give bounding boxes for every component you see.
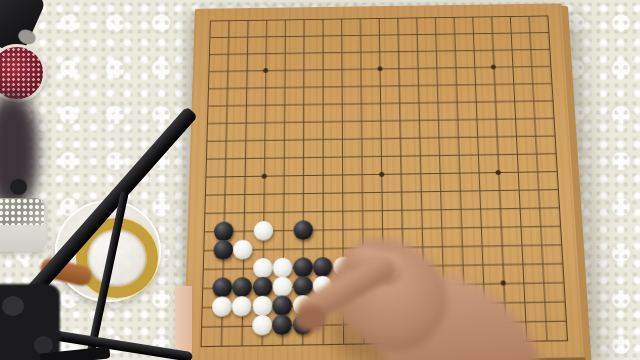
tripod-clamp-knob	[2, 296, 24, 316]
stone-white[interactable]	[232, 296, 252, 317]
star-point	[262, 173, 267, 178]
stone-black[interactable]	[293, 220, 312, 240]
stone-white[interactable]	[252, 315, 272, 336]
stone-black[interactable]	[313, 257, 333, 277]
star-point	[496, 170, 501, 175]
stone-white[interactable]	[273, 277, 293, 297]
star-point	[377, 66, 382, 71]
star-point	[379, 171, 384, 176]
stone-black[interactable]	[213, 240, 233, 260]
player-fingertip	[295, 305, 327, 332]
stone-black[interactable]	[293, 257, 313, 277]
glass-jar-lid	[0, 198, 44, 225]
photo-scene: { "game": "go", "scene_description": "Ov…	[0, 0, 640, 360]
stone-white[interactable]	[212, 297, 232, 318]
stone-black[interactable]	[253, 277, 273, 297]
stone-black[interactable]	[212, 278, 232, 298]
tripod-clamp-knob	[34, 336, 53, 354]
black-knob	[10, 179, 27, 195]
stone-white[interactable]	[273, 258, 293, 278]
stone-black[interactable]	[272, 296, 292, 317]
red-sparkle-jar	[0, 44, 46, 102]
stone-white[interactable]	[253, 258, 273, 278]
stone-white[interactable]	[252, 296, 272, 317]
stone-black[interactable]	[232, 277, 252, 297]
star-point	[263, 68, 268, 73]
stone-white[interactable]	[253, 221, 273, 241]
stone-black[interactable]	[272, 315, 292, 336]
stone-white[interactable]	[233, 240, 253, 260]
star-point	[491, 64, 496, 69]
star-point	[501, 280, 506, 285]
stone-black[interactable]	[214, 221, 234, 241]
